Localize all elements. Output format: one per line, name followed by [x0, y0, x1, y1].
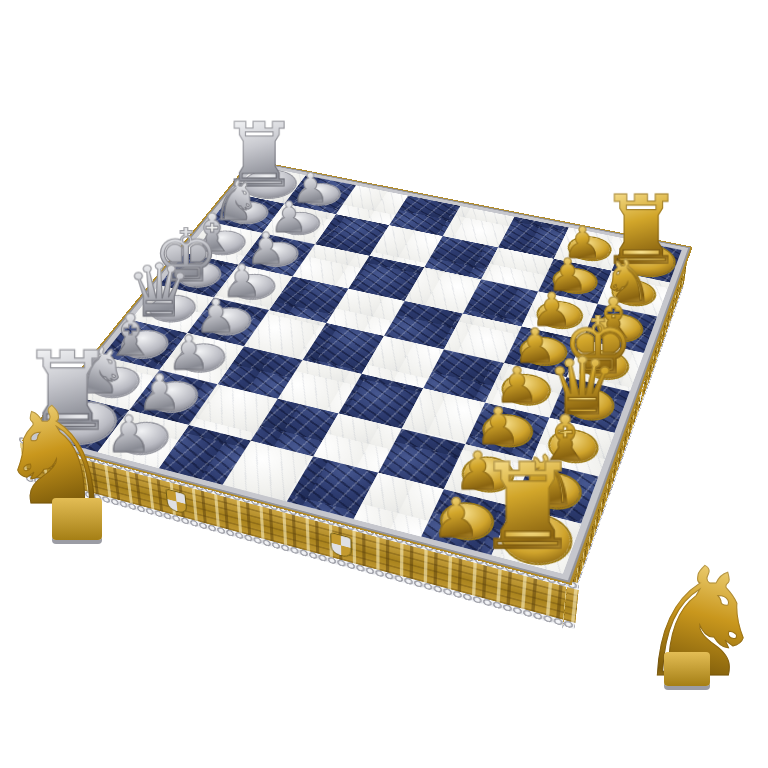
shield-emblem-icon — [639, 374, 646, 407]
chess-board: ♜♟♟♜♞♟♟♞♝♟♟♝♚♟♟♚♛♟♟♛♝♟♟♝♞♟♟♞♜♟♟♜ — [28, 162, 688, 581]
shield-emblem-icon — [165, 488, 187, 514]
shield-emblem-icon — [330, 532, 352, 559]
chess-set-3d-scene: ♜♟♟♜♞♟♟♞♝♟♟♝♚♟♟♚♛♟♟♛♝♟♟♝♞♟♟♞♜♟♟♜ — [28, 162, 688, 581]
product-photo-canvas: ♜♟♟♜♞♟♟♞♝♟♟♝♚♟♟♚♛♟♟♛♝♟♟♝♞♟♟♞♜♟♟♜ ♞ ♞ — [0, 0, 768, 768]
horse-plinth — [664, 652, 710, 686]
horse-plinth — [52, 498, 102, 540]
gold-rook-piece[interactable]: ♜ — [474, 450, 580, 563]
